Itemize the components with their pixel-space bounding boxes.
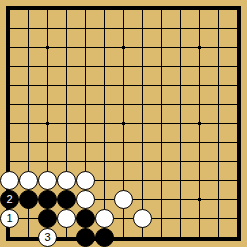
stone-white-move-1: 1 — [0, 209, 19, 228]
stone-black — [57, 190, 76, 209]
stone-white — [38, 171, 57, 190]
stone-black — [76, 228, 95, 247]
stone-white — [76, 190, 95, 209]
stone-black — [38, 190, 57, 209]
stone-white-move-3: 3 — [38, 228, 57, 247]
stone-white — [133, 209, 152, 228]
stone-white — [57, 209, 76, 228]
go-board: 213 — [0, 0, 247, 247]
stone-black — [19, 190, 38, 209]
stone-white — [76, 171, 95, 190]
stone-white — [19, 171, 38, 190]
stone-black — [95, 228, 114, 247]
stone-black-move-2: 2 — [0, 190, 19, 209]
stones-grid: 213 — [0, 0, 247, 247]
stone-black — [38, 209, 57, 228]
stone-white — [95, 209, 114, 228]
stone-white — [114, 190, 133, 209]
stone-white — [57, 171, 76, 190]
stone-black — [76, 209, 95, 228]
stone-white — [0, 171, 19, 190]
